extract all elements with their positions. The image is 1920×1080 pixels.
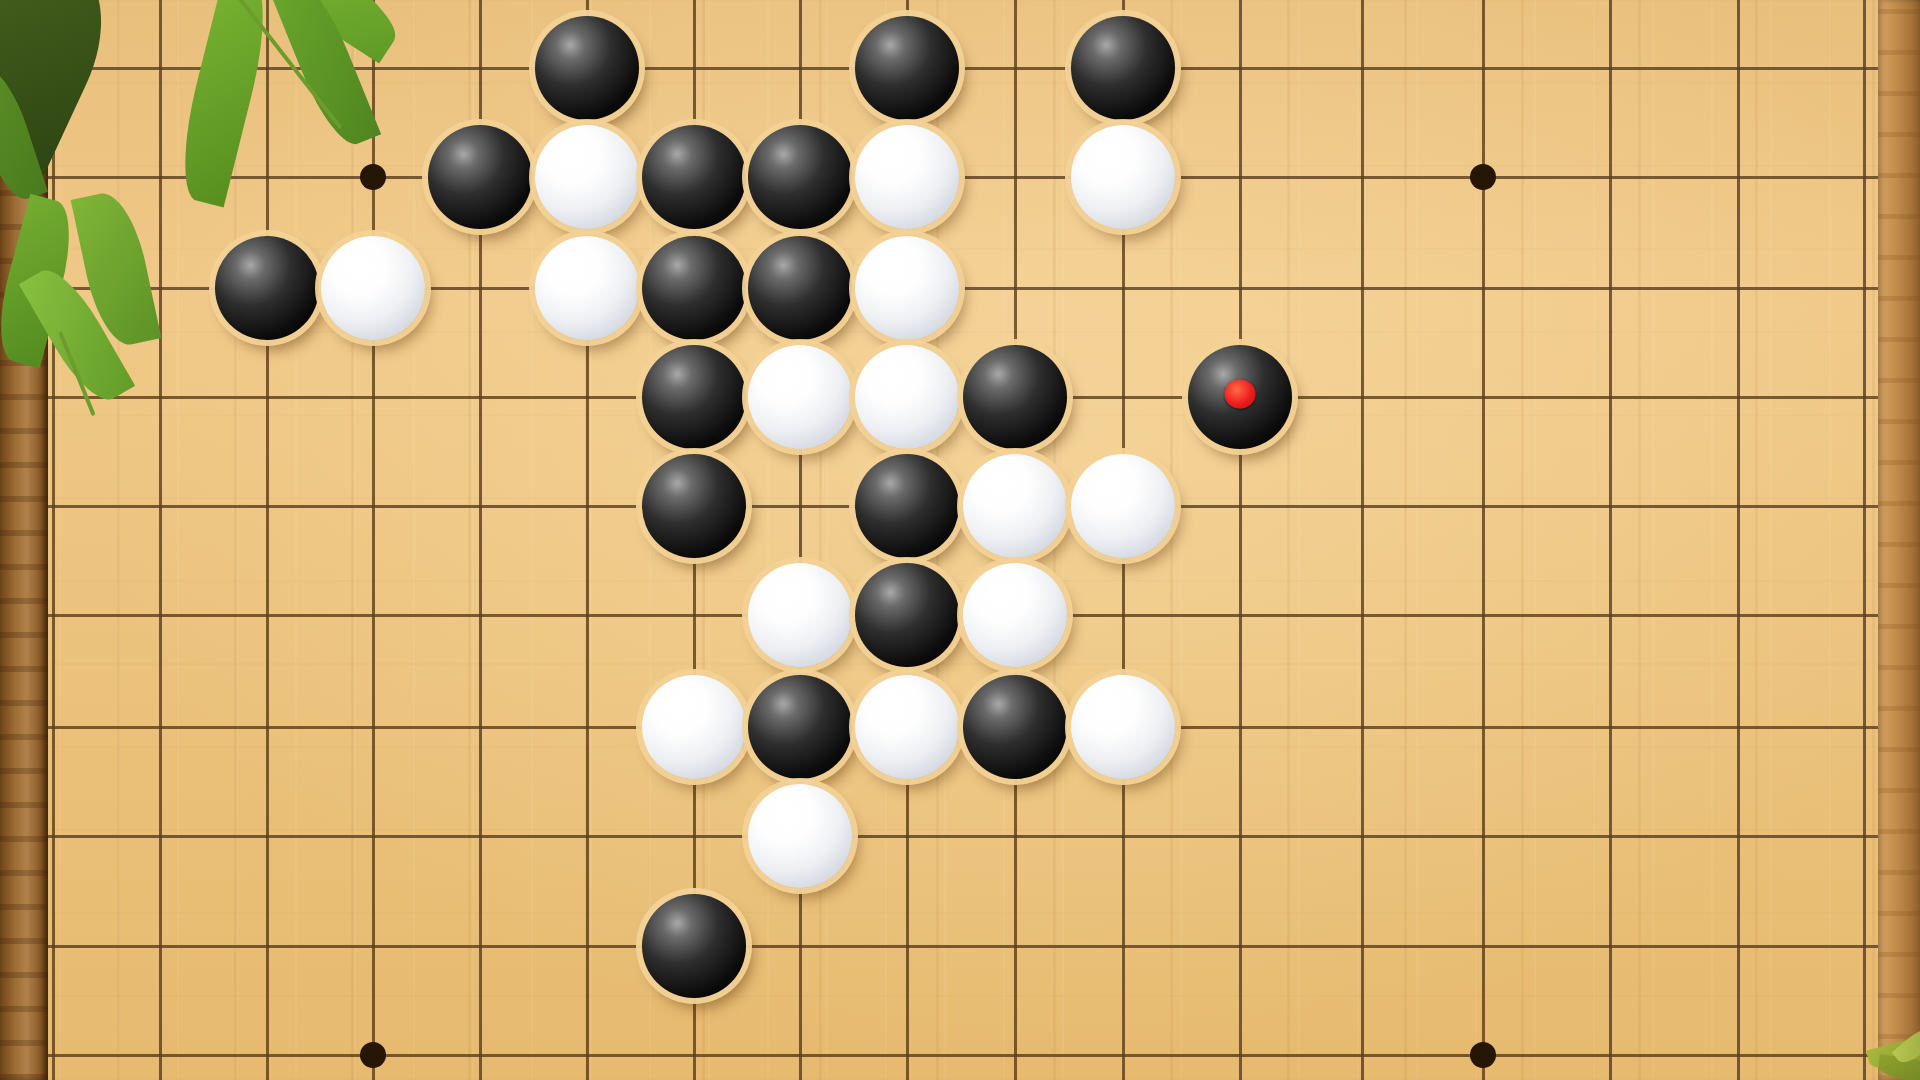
white-stone [1071,675,1175,779]
star-point [1470,1042,1496,1068]
black-stone [1071,16,1175,120]
white-stone [1071,125,1175,229]
grid-line-horizontal [46,176,1882,179]
white-stone [855,125,959,229]
black-stone [963,675,1067,779]
grid-line-vertical [372,0,375,1080]
white-stone [855,345,959,449]
black-stone [642,345,746,449]
black-stone [642,236,746,340]
grid-line-horizontal [46,945,1882,948]
black-stone [642,125,746,229]
white-stone [535,236,639,340]
white-stone [963,563,1067,667]
grid-line-vertical [1482,0,1485,1080]
star-point [360,1042,386,1068]
grid-line-vertical [1737,0,1740,1080]
white-stone [321,236,425,340]
white-stone [855,675,959,779]
grid-line-horizontal [46,835,1882,838]
white-stone [535,125,639,229]
black-stone [855,563,959,667]
white-stone [748,563,852,667]
black-stone [748,236,852,340]
grid-line-vertical [1609,0,1612,1080]
black-stone [215,236,319,340]
black-stone [855,16,959,120]
star-point [360,164,386,190]
star-point [1470,164,1496,190]
white-stone [748,784,852,888]
white-stone [855,236,959,340]
black-stone [748,675,852,779]
black-stone [748,125,852,229]
black-stone [963,345,1067,449]
grid-line-vertical [1361,0,1364,1080]
grid-line-vertical [159,0,162,1080]
black-stone [642,894,746,998]
black-stone [855,454,959,558]
last-move-marker [1225,379,1256,408]
white-stone [642,675,746,779]
grid-line-horizontal [46,1054,1882,1057]
go-board[interactable] [0,0,1920,1080]
grid-line-vertical [1863,0,1866,1080]
wood-grain-texture [0,0,1920,1080]
white-stone [1071,454,1175,558]
board-frame-right [1878,0,1920,1080]
black-stone [1188,345,1292,449]
white-stone [963,454,1067,558]
black-stone [428,125,532,229]
black-stone [535,16,639,120]
white-stone [748,345,852,449]
grid-line-vertical [266,0,269,1080]
black-stone [642,454,746,558]
grid-line-vertical [1239,0,1242,1080]
grid-line-vertical [52,0,55,1080]
